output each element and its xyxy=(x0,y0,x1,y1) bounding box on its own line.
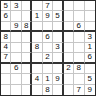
cell-r5c8-empty[interactable] xyxy=(74,43,84,53)
cell-r2c8-empty[interactable] xyxy=(74,11,84,21)
cell-r1c9-empty[interactable] xyxy=(85,1,95,11)
cell-r7c9-empty[interactable] xyxy=(85,64,95,74)
cell-r8c9-given-5[interactable]: 5 xyxy=(85,74,95,84)
cell-r3c8-given-6[interactable]: 6 xyxy=(74,22,84,32)
cell-r3c1-empty[interactable] xyxy=(1,22,11,32)
cell-r8c3-empty[interactable] xyxy=(22,74,32,84)
cell-r3c2-given-9[interactable]: 9 xyxy=(11,22,21,32)
cell-r3c7-empty[interactable] xyxy=(64,22,74,32)
cell-r9c5-given-8[interactable]: 8 xyxy=(43,85,53,95)
cell-r4c9-given-3[interactable]: 3 xyxy=(85,32,95,42)
cell-r9c8-given-7[interactable]: 7 xyxy=(74,85,84,95)
cell-r6c1-given-7[interactable]: 7 xyxy=(1,53,11,63)
cell-r4c3-empty[interactable] xyxy=(22,32,32,42)
cell-r6c6-empty[interactable] xyxy=(53,53,63,63)
cell-r1c3-empty[interactable] xyxy=(22,1,32,11)
cell-r5c9-given-1[interactable]: 1 xyxy=(85,43,95,53)
cell-r8c1-empty[interactable] xyxy=(1,74,11,84)
cell-r2c7-empty[interactable] xyxy=(64,11,74,21)
cell-r1c8-empty[interactable] xyxy=(74,1,84,11)
cell-r4c2-empty[interactable] xyxy=(11,32,21,42)
cell-r3c4-empty[interactable] xyxy=(32,22,42,32)
cell-r7c2-given-6[interactable]: 6 xyxy=(11,64,21,74)
cell-r7c5-empty[interactable] xyxy=(43,64,53,74)
cell-r2c5-given-9[interactable]: 9 xyxy=(43,11,53,21)
cell-r5c2-empty[interactable] xyxy=(11,43,21,53)
cell-r7c1-empty[interactable] xyxy=(1,64,11,74)
cell-r7c4-empty[interactable] xyxy=(32,64,42,74)
cell-r9c2-empty[interactable] xyxy=(11,85,21,95)
cell-r5c7-empty[interactable] xyxy=(64,43,74,53)
cell-r4c1-given-8[interactable]: 8 xyxy=(1,32,11,42)
cell-r1c2-given-3[interactable]: 3 xyxy=(11,1,21,11)
cell-r8c2-empty[interactable] xyxy=(11,74,21,84)
cell-r6c4-empty[interactable] xyxy=(32,53,42,63)
cell-r7c3-empty[interactable] xyxy=(22,64,32,74)
cell-r9c9-given-9[interactable]: 9 xyxy=(85,85,95,95)
cell-r1c1-given-5[interactable]: 5 xyxy=(1,1,11,11)
cell-r5c1-given-4[interactable]: 4 xyxy=(1,43,11,53)
cell-r8c8-empty[interactable] xyxy=(74,74,84,84)
cell-r1c4-empty[interactable] xyxy=(32,1,42,11)
cell-r3c9-empty[interactable] xyxy=(85,22,95,32)
cell-r5c3-empty[interactable] xyxy=(22,43,32,53)
cell-r8c5-given-1[interactable]: 1 xyxy=(43,74,53,84)
cell-r5c6-given-3[interactable]: 3 xyxy=(53,43,63,53)
cell-r3c5-empty[interactable] xyxy=(43,22,53,32)
cell-r4c7-empty[interactable] xyxy=(64,32,74,42)
cell-r2c3-empty[interactable] xyxy=(22,11,32,21)
cell-r5c5-empty[interactable] xyxy=(43,43,53,53)
cell-r6c8-empty[interactable] xyxy=(74,53,84,63)
cell-r7c7-given-2[interactable]: 2 xyxy=(64,64,74,74)
cell-r9c3-empty[interactable] xyxy=(22,85,32,95)
cell-r9c4-empty[interactable] xyxy=(32,85,42,95)
cell-r4c8-empty[interactable] xyxy=(74,32,84,42)
cell-r3c6-empty[interactable] xyxy=(53,22,63,32)
cell-r8c6-given-9[interactable]: 9 xyxy=(53,74,63,84)
cell-r9c1-empty[interactable] xyxy=(1,85,11,95)
cell-r9c6-empty[interactable] xyxy=(53,85,63,95)
cell-r2c4-given-1[interactable]: 1 xyxy=(32,11,42,21)
cell-r1c5-given-7[interactable]: 7 xyxy=(43,1,53,11)
cell-r4c6-empty[interactable] xyxy=(53,32,63,42)
cell-r2c2-empty[interactable] xyxy=(11,11,21,21)
cell-r6c5-given-2[interactable]: 2 xyxy=(43,53,53,63)
cell-r6c3-empty[interactable] xyxy=(22,53,32,63)
cell-r6c7-empty[interactable] xyxy=(64,53,74,63)
cell-r3c3-given-8[interactable]: 8 xyxy=(22,22,32,32)
cell-r6c2-empty[interactable] xyxy=(11,53,21,63)
cell-r1c7-empty[interactable] xyxy=(64,1,74,11)
cell-r5c4-given-8[interactable]: 8 xyxy=(32,43,42,53)
cell-r2c6-given-5[interactable]: 5 xyxy=(53,11,63,21)
cell-r7c8-given-8[interactable]: 8 xyxy=(74,64,84,74)
cell-r8c4-given-4[interactable]: 4 xyxy=(32,74,42,84)
cell-r6c9-given-6[interactable]: 6 xyxy=(85,53,95,63)
cell-r4c5-given-6[interactable]: 6 xyxy=(43,32,53,42)
sudoku-board: 537619598686348317266284195879 xyxy=(0,0,96,96)
cell-r2c9-empty[interactable] xyxy=(85,11,95,21)
cell-r8c7-empty[interactable] xyxy=(64,74,74,84)
cell-r2c1-given-6[interactable]: 6 xyxy=(1,11,11,21)
cell-r9c7-empty[interactable] xyxy=(64,85,74,95)
cell-r1c6-empty[interactable] xyxy=(53,1,63,11)
cell-r7c6-empty[interactable] xyxy=(53,64,63,74)
cell-r4c4-empty[interactable] xyxy=(32,32,42,42)
